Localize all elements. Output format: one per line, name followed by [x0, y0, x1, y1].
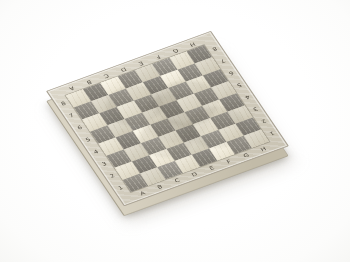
- file-label-near-a: A: [139, 190, 146, 196]
- rank-label-left-7: 7: [68, 113, 75, 119]
- rank-label-right-5: 5: [235, 82, 242, 88]
- file-label-near-h: H: [260, 146, 268, 152]
- file-label-far-a: A: [68, 85, 75, 91]
- rank-label-right-7: 7: [219, 58, 226, 64]
- file-label-far-f: F: [154, 54, 161, 60]
- file-label-far-b: B: [85, 79, 92, 85]
- rank-label-left-6: 6: [76, 125, 83, 131]
- rank-label-right-4: 4: [243, 94, 250, 100]
- file-label-near-g: G: [242, 152, 250, 158]
- rank-label-left-3: 3: [101, 161, 108, 167]
- file-label-near-b: B: [156, 184, 163, 190]
- chessboard: AA11BB22CC33DD44EE55FF66GG77HH88: [46, 31, 289, 206]
- file-label-near-e: E: [208, 165, 215, 171]
- rank-label-right-1: 1: [268, 130, 275, 136]
- file-label-far-d: D: [119, 66, 127, 72]
- file-label-near-c: C: [173, 178, 180, 184]
- rank-label-right-8: 8: [211, 46, 218, 52]
- file-label-near-d: D: [190, 171, 198, 177]
- file-label-far-h: H: [188, 41, 196, 47]
- rank-label-right-2: 2: [260, 118, 267, 124]
- file-label-far-g: G: [171, 47, 179, 53]
- file-label-near-f: F: [226, 159, 233, 165]
- rank-label-left-8: 8: [60, 101, 67, 107]
- rank-label-left-5: 5: [85, 137, 92, 143]
- rank-label-right-6: 6: [227, 70, 234, 76]
- photo-background: AA11BB22CC33DD44EE55FF66GG77HH88: [0, 0, 350, 262]
- file-label-far-e: E: [137, 60, 144, 66]
- rank-label-left-2: 2: [109, 173, 116, 179]
- rank-label-left-1: 1: [117, 185, 124, 191]
- file-label-far-c: C: [102, 72, 109, 78]
- rank-label-right-3: 3: [251, 106, 258, 112]
- rank-label-left-4: 4: [93, 149, 100, 155]
